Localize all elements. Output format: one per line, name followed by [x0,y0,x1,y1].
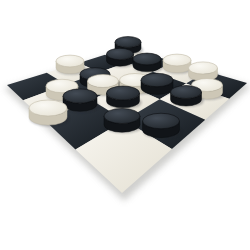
piece-top [88,74,119,87]
checker-piece-black-18[interactable] [143,113,182,139]
piece-top [107,48,134,59]
piece-top [107,86,140,100]
checkers-scene [0,0,250,250]
piece-top [29,100,67,116]
checker-piece-black-15[interactable] [63,89,99,113]
checker-piece-white-16[interactable] [29,100,69,126]
piece-top [163,54,191,66]
checker-piece-black-9[interactable] [141,73,175,95]
piece-top [171,85,202,98]
checker-piece-black-2[interactable] [107,48,136,67]
piece-top [63,89,97,103]
piece-top [115,37,141,48]
piece-top [104,108,140,123]
checker-piece-black-3[interactable] [133,53,163,73]
piece-top [143,113,180,129]
piece-top [56,55,84,67]
piece-top [189,62,218,74]
giant-checkers-product-photo [0,0,250,250]
checker-piece-black-17[interactable] [104,108,142,133]
piece-top [133,53,161,65]
piece-top [141,73,173,86]
checker-piece-black-14[interactable] [107,86,142,109]
checker-piece-black-13[interactable] [171,85,204,107]
